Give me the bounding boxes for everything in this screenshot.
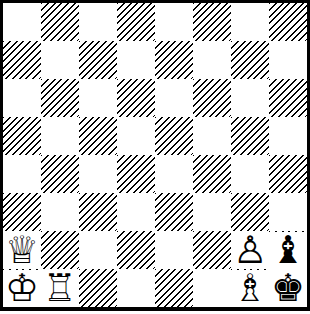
chess-board: ♕♙♝♔♖♗♚ xyxy=(0,0,310,311)
square-a7[interactable] xyxy=(3,41,41,79)
square-h5[interactable] xyxy=(269,117,307,155)
square-g2[interactable]: ♙ xyxy=(231,231,269,269)
piece-black-bishop: ♝ xyxy=(269,232,307,269)
square-c3[interactable] xyxy=(79,193,117,231)
square-e6[interactable] xyxy=(155,79,193,117)
square-f7[interactable] xyxy=(193,41,231,79)
square-a8[interactable] xyxy=(3,3,41,41)
square-g1[interactable]: ♗ xyxy=(231,269,269,307)
square-b1[interactable]: ♖ xyxy=(41,269,79,307)
square-g6[interactable] xyxy=(231,79,269,117)
square-b7[interactable] xyxy=(41,41,79,79)
square-h2[interactable]: ♝ xyxy=(269,231,307,269)
square-f6[interactable] xyxy=(193,79,231,117)
piece-black-king: ♚ xyxy=(271,270,305,307)
square-b8[interactable] xyxy=(41,3,79,41)
square-g8[interactable] xyxy=(231,3,269,41)
square-g4[interactable] xyxy=(231,155,269,193)
square-a5[interactable] xyxy=(3,117,41,155)
square-e2[interactable] xyxy=(155,231,193,269)
square-e3[interactable] xyxy=(155,193,193,231)
square-e1[interactable] xyxy=(155,269,193,307)
square-f8[interactable] xyxy=(193,3,231,41)
square-h4[interactable] xyxy=(269,155,307,193)
square-b5[interactable] xyxy=(41,117,79,155)
square-d8[interactable] xyxy=(117,3,155,41)
square-e4[interactable] xyxy=(155,155,193,193)
square-d6[interactable] xyxy=(117,79,155,117)
square-a3[interactable] xyxy=(3,193,41,231)
square-f2[interactable] xyxy=(193,231,231,269)
square-h3[interactable] xyxy=(269,193,307,231)
square-a4[interactable] xyxy=(3,155,41,193)
chess-diagram: ♕♙♝♔♖♗♚ xyxy=(0,0,310,314)
square-h7[interactable] xyxy=(269,41,307,79)
square-c2[interactable] xyxy=(79,231,117,269)
square-c1[interactable] xyxy=(79,269,117,307)
square-c5[interactable] xyxy=(79,117,117,155)
square-h6[interactable] xyxy=(269,79,307,117)
square-b3[interactable] xyxy=(41,193,79,231)
square-a2[interactable]: ♕ xyxy=(3,231,41,269)
square-b6[interactable] xyxy=(41,79,79,117)
piece-white-queen: ♕ xyxy=(5,232,39,269)
piece-white-bishop: ♗ xyxy=(231,270,269,307)
square-f4[interactable] xyxy=(193,155,231,193)
square-g3[interactable] xyxy=(231,193,269,231)
square-d4[interactable] xyxy=(117,155,155,193)
square-h8[interactable] xyxy=(269,3,307,41)
square-b4[interactable] xyxy=(41,155,79,193)
square-c8[interactable] xyxy=(79,3,117,41)
piece-white-king: ♔ xyxy=(3,270,41,307)
square-d7[interactable] xyxy=(117,41,155,79)
square-d2[interactable] xyxy=(117,231,155,269)
square-a1[interactable]: ♔ xyxy=(3,269,41,307)
square-a6[interactable] xyxy=(3,79,41,117)
square-f1[interactable] xyxy=(193,269,231,307)
square-c7[interactable] xyxy=(79,41,117,79)
square-e8[interactable] xyxy=(155,3,193,41)
piece-white-pawn: ♙ xyxy=(233,232,267,269)
square-b2[interactable] xyxy=(41,231,79,269)
square-e7[interactable] xyxy=(155,41,193,79)
square-c6[interactable] xyxy=(79,79,117,117)
square-g7[interactable] xyxy=(231,41,269,79)
square-d5[interactable] xyxy=(117,117,155,155)
square-d1[interactable] xyxy=(117,269,155,307)
square-f3[interactable] xyxy=(193,193,231,231)
square-e5[interactable] xyxy=(155,117,193,155)
square-g5[interactable] xyxy=(231,117,269,155)
piece-white-rook: ♖ xyxy=(43,270,77,307)
square-d3[interactable] xyxy=(117,193,155,231)
square-h1[interactable]: ♚ xyxy=(269,269,307,307)
square-f5[interactable] xyxy=(193,117,231,155)
square-c4[interactable] xyxy=(79,155,117,193)
